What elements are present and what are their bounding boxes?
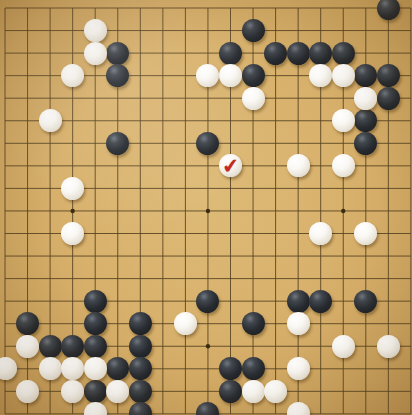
stone-white [242, 380, 265, 403]
stone-black [242, 312, 265, 335]
stone-black [39, 335, 62, 358]
stone-black [129, 312, 152, 335]
stone-black [106, 132, 129, 155]
stone-white [39, 109, 62, 132]
go-board[interactable]: ✔ [0, 0, 412, 415]
stone-black [196, 290, 219, 313]
stone-white [264, 380, 287, 403]
stone-white [174, 312, 197, 335]
stone-black [242, 19, 265, 42]
stone-black [84, 335, 107, 358]
stone-black [84, 312, 107, 335]
stone-white [332, 109, 355, 132]
stone-black [377, 87, 400, 110]
stone-white [61, 222, 84, 245]
stone-black [309, 42, 332, 65]
stone-black [61, 335, 84, 358]
stone-white [332, 64, 355, 87]
star-point [206, 209, 210, 213]
stone-white [219, 64, 242, 87]
stone-black [332, 42, 355, 65]
stone-white [84, 19, 107, 42]
stone-black [354, 290, 377, 313]
stone-white [61, 380, 84, 403]
stone-black [309, 290, 332, 313]
stone-black [287, 290, 310, 313]
stone-black [129, 402, 152, 415]
stone-black [129, 380, 152, 403]
stone-white [106, 380, 129, 403]
stone-white [287, 154, 310, 177]
stone-white [39, 357, 62, 380]
stone-black [354, 132, 377, 155]
stone-black [129, 335, 152, 358]
stone-white [242, 87, 265, 110]
stone-black [84, 290, 107, 313]
stone-white [287, 402, 310, 415]
stone-black [377, 0, 400, 20]
stone-black [106, 42, 129, 65]
stone-white [16, 335, 39, 358]
stone-white [16, 380, 39, 403]
stone-white [287, 312, 310, 335]
stone-white [377, 335, 400, 358]
stone-white [84, 402, 107, 415]
stone-white [332, 154, 355, 177]
star-point [341, 209, 345, 213]
stone-black [242, 64, 265, 87]
stone-black [219, 380, 242, 403]
stone-white [354, 87, 377, 110]
stone-black [219, 42, 242, 65]
stone-black [377, 64, 400, 87]
stone-white [61, 177, 84, 200]
star-point [206, 344, 210, 348]
stone-black [84, 380, 107, 403]
stone-white [84, 357, 107, 380]
stone-black [242, 357, 265, 380]
stone-white [287, 357, 310, 380]
stone-black [287, 42, 310, 65]
stone-black [264, 42, 287, 65]
stone-white [84, 42, 107, 65]
stone-black [129, 357, 152, 380]
star-point [70, 209, 74, 213]
stone-white [332, 335, 355, 358]
